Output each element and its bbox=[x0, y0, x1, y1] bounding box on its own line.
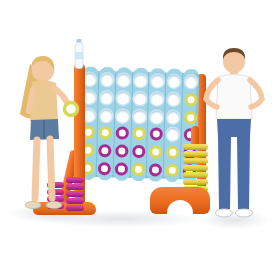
cell-r3c5 bbox=[147, 108, 164, 126]
cell-r2c4 bbox=[131, 89, 148, 107]
cell-r2c3 bbox=[114, 89, 131, 107]
empty-hole bbox=[100, 73, 113, 86]
boy-player bbox=[197, 45, 271, 225]
yellow-disc bbox=[166, 146, 179, 159]
cell-r3c3 bbox=[114, 107, 131, 125]
cell-r4c6 bbox=[164, 126, 181, 144]
empty-hole bbox=[100, 109, 113, 122]
empty-hole bbox=[134, 74, 147, 87]
cell-r2c2 bbox=[97, 89, 114, 107]
empty-hole bbox=[168, 75, 181, 88]
yellow-disc bbox=[184, 93, 197, 106]
cell-r3c6 bbox=[164, 108, 181, 126]
empty-hole bbox=[117, 74, 130, 87]
cell-r5c6 bbox=[163, 143, 180, 161]
empty-hole bbox=[117, 91, 130, 104]
empty-hole bbox=[167, 128, 180, 141]
magenta-disc bbox=[132, 145, 145, 158]
cell-r1c5 bbox=[148, 72, 165, 90]
cell-r3c2 bbox=[97, 106, 114, 124]
cell-r3c4 bbox=[131, 107, 148, 125]
magenta-disc bbox=[149, 163, 162, 176]
cell-r1c3 bbox=[115, 71, 132, 89]
cell-r2c5 bbox=[148, 90, 165, 108]
cell-r5c5 bbox=[147, 143, 164, 161]
cell-r1c6 bbox=[165, 73, 182, 91]
empty-hole bbox=[185, 75, 198, 88]
magenta-disc bbox=[116, 127, 129, 140]
yellow-disc bbox=[99, 126, 112, 139]
cell-r3c7 bbox=[181, 108, 198, 126]
cell-r6c5 bbox=[146, 161, 163, 179]
cell-r1c2 bbox=[98, 71, 115, 89]
empty-hole bbox=[167, 93, 180, 106]
cell-r4c5 bbox=[147, 125, 164, 143]
empty-hole bbox=[151, 75, 164, 88]
cell-r4c2 bbox=[96, 124, 113, 142]
empty-hole bbox=[151, 92, 164, 105]
empty-hole bbox=[133, 110, 146, 123]
cell-r5c4 bbox=[130, 142, 147, 160]
cell-r4c4 bbox=[130, 125, 147, 143]
yellow-disc bbox=[149, 145, 162, 158]
magenta-disc bbox=[98, 162, 111, 175]
board-grid bbox=[79, 71, 200, 180]
magenta-disc bbox=[115, 144, 128, 157]
cell-r1c4 bbox=[131, 72, 148, 90]
yellow-disc bbox=[165, 163, 178, 176]
empty-hole bbox=[134, 92, 147, 105]
magenta-disc bbox=[98, 144, 111, 157]
cell-r2c6 bbox=[165, 90, 182, 108]
cell-r5c2 bbox=[96, 142, 113, 160]
scene bbox=[0, 0, 280, 280]
yellow-disc bbox=[132, 162, 145, 175]
cell-r6c4 bbox=[129, 160, 146, 178]
board-assembly bbox=[79, 71, 200, 180]
cell-r6c2 bbox=[96, 159, 113, 177]
empty-hole bbox=[167, 110, 180, 123]
empty-hole bbox=[100, 91, 113, 104]
magenta-disc bbox=[149, 128, 162, 141]
cell-r4c3 bbox=[113, 124, 130, 142]
empty-hole bbox=[150, 110, 163, 123]
empty-hole bbox=[116, 109, 129, 122]
held-yellow-disc bbox=[65, 103, 78, 116]
cell-r5c3 bbox=[113, 142, 130, 160]
cell-r6c6 bbox=[163, 161, 180, 179]
yellow-disc bbox=[184, 111, 197, 124]
magenta-disc bbox=[115, 162, 128, 175]
girl-player bbox=[4, 50, 86, 216]
yellow-disc bbox=[133, 127, 146, 140]
cell-r6c3 bbox=[112, 160, 129, 178]
